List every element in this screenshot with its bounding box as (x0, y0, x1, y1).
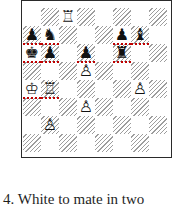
piece-black-bishop: ♝ (133, 26, 147, 44)
square-f4 (113, 80, 131, 98)
square-b7: ♞ (41, 26, 59, 44)
square-b5 (41, 62, 59, 80)
square-h6 (149, 44, 167, 62)
page: ♖♟♞♟♝♚♟♟♜♙♔♖♙♙♙ 4. White to mate in two (0, 0, 177, 216)
square-h1 (149, 134, 167, 152)
square-f6: ♜ (113, 44, 131, 62)
piece-white-rook: ♖ (43, 80, 57, 98)
square-d5: ♙ (77, 62, 95, 80)
square-b2: ♙ (41, 116, 59, 134)
square-c1 (59, 134, 77, 152)
square-h4 (149, 80, 167, 98)
square-e4 (95, 80, 113, 98)
square-c3 (59, 98, 77, 116)
square-a2 (23, 116, 41, 134)
square-e6 (95, 44, 113, 62)
square-b4: ♖ (41, 80, 59, 98)
piece-black-rook: ♜ (115, 44, 129, 62)
piece-black-pawn: ♟ (25, 26, 39, 44)
square-f7: ♟ (113, 26, 131, 44)
square-e7 (95, 26, 113, 44)
square-h7 (149, 26, 167, 44)
square-a8 (23, 8, 41, 26)
square-h8 (149, 8, 167, 26)
square-a6: ♚ (23, 44, 41, 62)
square-g5 (131, 62, 149, 80)
square-g2 (131, 116, 149, 134)
square-f1 (113, 134, 131, 152)
square-d2 (77, 116, 95, 134)
square-c8: ♖ (59, 8, 77, 26)
diagram-frame: ♖♟♞♟♝♚♟♟♜♙♔♖♙♙♙ (21, 0, 172, 158)
square-b3 (41, 98, 59, 116)
square-e2 (95, 116, 113, 134)
piece-white-pawn: ♙ (133, 80, 147, 98)
square-g4: ♙ (131, 80, 149, 98)
piece-black-pawn: ♟ (79, 44, 93, 62)
square-h2 (149, 116, 167, 134)
square-g7: ♝ (131, 26, 149, 44)
square-a4: ♔ (23, 80, 41, 98)
square-g3 (131, 98, 149, 116)
square-b6: ♟ (41, 44, 59, 62)
square-e8 (95, 8, 113, 26)
square-a1 (23, 134, 41, 152)
square-b1 (41, 134, 59, 152)
square-e5 (95, 62, 113, 80)
piece-black-pawn: ♟ (43, 44, 57, 62)
square-e1 (95, 134, 113, 152)
square-g1 (131, 134, 149, 152)
piece-black-knight: ♞ (43, 26, 57, 44)
square-d1 (77, 134, 95, 152)
square-f3 (113, 98, 131, 116)
piece-white-king: ♔ (25, 80, 39, 98)
square-c7 (59, 26, 77, 44)
square-h3 (149, 98, 167, 116)
square-e3 (95, 98, 113, 116)
piece-white-rook: ♖ (61, 8, 75, 26)
square-b8 (41, 8, 59, 26)
piece-white-pawn: ♙ (79, 62, 93, 80)
square-f2 (113, 116, 131, 134)
square-f8 (113, 8, 131, 26)
square-a5 (23, 62, 41, 80)
square-d4 (77, 80, 95, 98)
square-c5 (59, 62, 77, 80)
square-c6 (59, 44, 77, 62)
square-h5 (149, 62, 167, 80)
piece-black-king: ♚ (25, 44, 39, 62)
square-d6: ♟ (77, 44, 95, 62)
square-c4 (59, 80, 77, 98)
square-g8 (131, 8, 149, 26)
square-d7 (77, 26, 95, 44)
square-g6 (131, 44, 149, 62)
square-d8 (77, 8, 95, 26)
piece-white-pawn: ♙ (79, 98, 93, 116)
square-c2 (59, 116, 77, 134)
diagram-caption: 4. White to mate in two (3, 191, 144, 208)
square-a3 (23, 98, 41, 116)
square-d3: ♙ (77, 98, 95, 116)
square-a7: ♟ (23, 26, 41, 44)
piece-white-pawn: ♙ (43, 116, 57, 134)
chess-board: ♖♟♞♟♝♚♟♟♜♙♔♖♙♙♙ (23, 8, 167, 152)
square-f5 (113, 62, 131, 80)
piece-black-pawn: ♟ (115, 26, 129, 44)
